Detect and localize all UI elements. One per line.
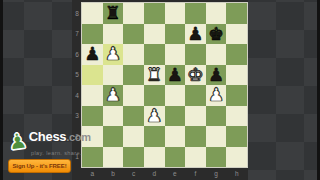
square-f8 [185, 3, 206, 24]
square-c7 [123, 24, 144, 45]
square-g1 [206, 147, 227, 168]
square-d2 [144, 126, 165, 147]
logo-tagline: play. learn. share. [31, 150, 79, 156]
white-rook-d5: ♜ [146, 65, 162, 85]
square-h7 [226, 24, 247, 45]
square-g2 [206, 126, 227, 147]
square-c2 [123, 126, 144, 147]
rank-label-8: 8 [72, 3, 82, 24]
square-b4: ♟ [103, 85, 124, 106]
file-labels: abcdefgh [82, 167, 247, 180]
black-pawn-f7: ♟ [187, 24, 203, 44]
rank-label-4: 4 [72, 85, 82, 106]
white-pawn-g4: ♟ [208, 85, 224, 105]
square-d1 [144, 147, 165, 168]
file-label-c: c [123, 167, 144, 180]
square-g7: ♚ [206, 24, 227, 45]
square-e5: ♟ [165, 65, 186, 86]
square-a8 [82, 3, 103, 24]
square-g8 [206, 3, 227, 24]
square-g4: ♟ [206, 85, 227, 106]
square-h3 [226, 106, 247, 127]
square-c1 [123, 147, 144, 168]
chess-board: 87654321 ♜♟♚♟♟♜♟♚♟♟♟♟ abcdefgh [72, 0, 248, 180]
square-b8: ♜ [103, 3, 124, 24]
white-king-f5: ♚ [187, 65, 203, 85]
square-d5: ♜ [144, 65, 165, 86]
file-label-h: h [226, 167, 247, 180]
square-c5 [123, 65, 144, 86]
square-b2 [103, 126, 124, 147]
square-f3 [185, 106, 206, 127]
square-e4 [165, 85, 186, 106]
square-c8 [123, 3, 144, 24]
signup-button-label: Sign Up - it's FREE! [12, 163, 66, 169]
square-e8 [165, 3, 186, 24]
letterbox-left [0, 0, 3, 180]
signup-button[interactable]: Sign Up - it's FREE! [8, 159, 71, 173]
square-e7 [165, 24, 186, 45]
square-c6 [123, 44, 144, 65]
logo-text-com: .com [66, 131, 90, 143]
square-a3 [82, 106, 103, 127]
black-king-g7: ♚ [208, 24, 224, 44]
square-b5 [103, 65, 124, 86]
file-label-d: d [144, 167, 165, 180]
square-c4 [123, 85, 144, 106]
rank-label-7: 7 [72, 24, 82, 45]
square-d3: ♟ [144, 106, 165, 127]
square-f2 [185, 126, 206, 147]
file-label-e: e [165, 167, 186, 180]
logo-text-chess: Chess [29, 129, 67, 144]
square-d6 [144, 44, 165, 65]
square-a4 [82, 85, 103, 106]
square-h5 [226, 65, 247, 86]
square-a7 [82, 24, 103, 45]
white-pawn-d3: ♟ [146, 106, 162, 126]
square-b6: ♟ [103, 44, 124, 65]
square-b1 [103, 147, 124, 168]
square-e2 [165, 126, 186, 147]
square-f1 [185, 147, 206, 168]
square-h1 [226, 147, 247, 168]
video-frame: 87654321 ♜♟♚♟♟♜♟♚♟♟♟♟ abcdefgh ♟ Chess .… [0, 0, 320, 180]
square-c3 [123, 106, 144, 127]
square-f7: ♟ [185, 24, 206, 45]
white-pawn-b4: ♟ [105, 85, 121, 105]
board-grid: ♜♟♚♟♟♜♟♚♟♟♟♟ [82, 3, 247, 167]
square-d7 [144, 24, 165, 45]
white-pawn-b6: ♟ [105, 44, 121, 64]
square-f4 [185, 85, 206, 106]
square-g3 [206, 106, 227, 127]
square-b7 [103, 24, 124, 45]
square-g5: ♟ [206, 65, 227, 86]
file-label-g: g [206, 167, 227, 180]
square-h6 [226, 44, 247, 65]
file-label-b: b [103, 167, 124, 180]
square-e3 [165, 106, 186, 127]
square-a5 [82, 65, 103, 86]
pawn-logo-icon: ♟ [6, 129, 29, 156]
file-label-f: f [185, 167, 206, 180]
square-d4 [144, 85, 165, 106]
square-b3 [103, 106, 124, 127]
rank-label-6: 6 [72, 44, 82, 65]
black-pawn-a6: ♟ [84, 44, 100, 64]
rank-label-5: 5 [72, 65, 82, 86]
square-e6 [165, 44, 186, 65]
black-rook-b8: ♜ [105, 3, 121, 23]
square-d8 [144, 3, 165, 24]
square-e1 [165, 147, 186, 168]
square-h8 [226, 3, 247, 24]
black-pawn-e5: ♟ [167, 65, 183, 85]
rank-label-3: 3 [72, 106, 82, 127]
square-f5: ♚ [185, 65, 206, 86]
black-pawn-g5: ♟ [208, 65, 224, 85]
square-h4 [226, 85, 247, 106]
square-g6 [206, 44, 227, 65]
file-label-a: a [82, 167, 103, 180]
square-a6: ♟ [82, 44, 103, 65]
square-h2 [226, 126, 247, 147]
square-f6 [185, 44, 206, 65]
